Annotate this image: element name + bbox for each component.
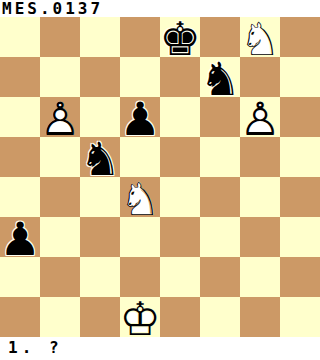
square-b6[interactable]: ♟♙ bbox=[40, 97, 80, 137]
piece-wP-b6[interactable]: ♟♙ bbox=[40, 97, 80, 137]
piece-wP-g6[interactable]: ♟♙ bbox=[240, 97, 280, 137]
square-g8[interactable]: ♞♘ bbox=[240, 17, 280, 57]
square-g7[interactable] bbox=[240, 57, 280, 97]
piece-bP-a3[interactable]: ♟ bbox=[0, 217, 40, 257]
square-d1[interactable]: ♚♔ bbox=[120, 297, 160, 337]
square-a2[interactable] bbox=[0, 257, 40, 297]
square-d2[interactable] bbox=[120, 257, 160, 297]
square-g4[interactable] bbox=[240, 177, 280, 217]
square-d8[interactable] bbox=[120, 17, 160, 57]
square-d7[interactable] bbox=[120, 57, 160, 97]
square-e8[interactable]: ♚ bbox=[160, 17, 200, 57]
square-h2[interactable] bbox=[280, 257, 320, 297]
square-f4[interactable] bbox=[200, 177, 240, 217]
square-c5[interactable]: ♞ bbox=[80, 137, 120, 177]
square-a6[interactable] bbox=[0, 97, 40, 137]
square-f5[interactable] bbox=[200, 137, 240, 177]
square-e6[interactable] bbox=[160, 97, 200, 137]
square-e1[interactable] bbox=[160, 297, 200, 337]
piece-bK-e8[interactable]: ♚ bbox=[160, 17, 200, 57]
square-c7[interactable] bbox=[80, 57, 120, 97]
square-c1[interactable] bbox=[80, 297, 120, 337]
square-b4[interactable] bbox=[40, 177, 80, 217]
square-h5[interactable] bbox=[280, 137, 320, 177]
square-h6[interactable] bbox=[280, 97, 320, 137]
square-f3[interactable] bbox=[200, 217, 240, 257]
square-e3[interactable] bbox=[160, 217, 200, 257]
piece-bP-d6[interactable]: ♟ bbox=[120, 97, 160, 137]
square-c6[interactable] bbox=[80, 97, 120, 137]
square-b7[interactable] bbox=[40, 57, 80, 97]
square-a8[interactable] bbox=[0, 17, 40, 57]
square-g6[interactable]: ♟♙ bbox=[240, 97, 280, 137]
square-a5[interactable] bbox=[0, 137, 40, 177]
square-b3[interactable] bbox=[40, 217, 80, 257]
square-d4[interactable]: ♞♘ bbox=[120, 177, 160, 217]
piece-bN-c5[interactable]: ♞ bbox=[80, 137, 120, 177]
piece-wK-d1[interactable]: ♚♔ bbox=[120, 297, 160, 337]
square-g1[interactable] bbox=[240, 297, 280, 337]
square-g3[interactable] bbox=[240, 217, 280, 257]
square-e7[interactable] bbox=[160, 57, 200, 97]
square-d3[interactable] bbox=[120, 217, 160, 257]
square-a3[interactable]: ♟ bbox=[0, 217, 40, 257]
square-e4[interactable] bbox=[160, 177, 200, 217]
square-g2[interactable] bbox=[240, 257, 280, 297]
piece-wN-d4[interactable]: ♞♘ bbox=[120, 177, 160, 217]
square-d5[interactable] bbox=[120, 137, 160, 177]
square-f8[interactable] bbox=[200, 17, 240, 57]
square-b2[interactable] bbox=[40, 257, 80, 297]
square-d6[interactable]: ♟ bbox=[120, 97, 160, 137]
square-f1[interactable] bbox=[200, 297, 240, 337]
square-h1[interactable] bbox=[280, 297, 320, 337]
square-f7[interactable]: ♞ bbox=[200, 57, 240, 97]
square-h3[interactable] bbox=[280, 217, 320, 257]
square-b5[interactable] bbox=[40, 137, 80, 177]
square-c8[interactable] bbox=[80, 17, 120, 57]
square-f6[interactable] bbox=[200, 97, 240, 137]
square-g5[interactable] bbox=[240, 137, 280, 177]
piece-bN-f7[interactable]: ♞ bbox=[200, 57, 240, 97]
move-prompt: 1. ? bbox=[8, 338, 63, 358]
square-c3[interactable] bbox=[80, 217, 120, 257]
square-a4[interactable] bbox=[0, 177, 40, 217]
square-b1[interactable] bbox=[40, 297, 80, 337]
square-e5[interactable] bbox=[160, 137, 200, 177]
square-a7[interactable] bbox=[0, 57, 40, 97]
square-c2[interactable] bbox=[80, 257, 120, 297]
piece-wN-g8[interactable]: ♞♘ bbox=[240, 17, 280, 57]
chess-board: ♚♞♘♞♟♙♟♟♙♞♞♘♟♚♔ bbox=[0, 17, 320, 337]
square-h4[interactable] bbox=[280, 177, 320, 217]
square-f2[interactable] bbox=[200, 257, 240, 297]
square-b8[interactable] bbox=[40, 17, 80, 57]
square-h7[interactable] bbox=[280, 57, 320, 97]
puzzle-id-label: MES.0137 bbox=[2, 0, 103, 17]
square-e2[interactable] bbox=[160, 257, 200, 297]
square-c4[interactable] bbox=[80, 177, 120, 217]
square-a1[interactable] bbox=[0, 297, 40, 337]
square-h8[interactable] bbox=[280, 17, 320, 57]
chess-diagram: MES.0137 ♚♞♘♞♟♙♟♟♙♞♞♘♟♚♔ 1. ? bbox=[0, 0, 320, 360]
